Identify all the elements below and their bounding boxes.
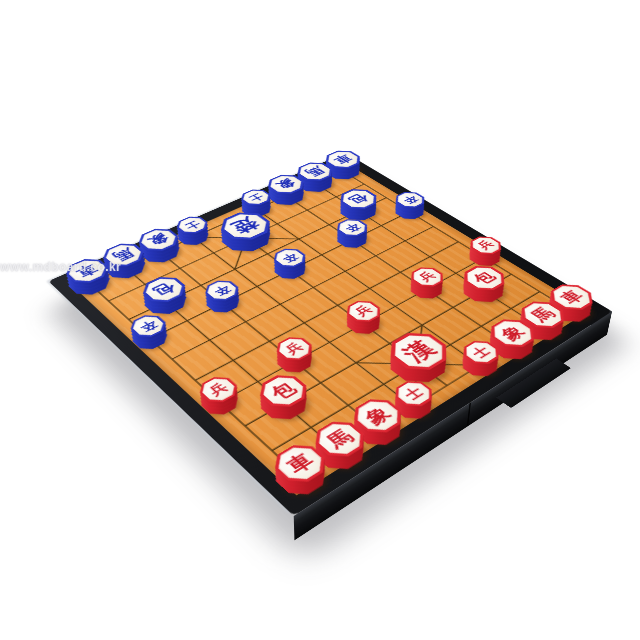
board-frame: 車馬象士士象馬車楚包包卒卒卒卒卒兵兵兵兵兵包包漢車馬象士士象馬車: [48, 153, 612, 516]
piece-blue-soldier[interactable]: 卒: [127, 324, 172, 354]
piece-blue-soldier[interactable]: 卒: [201, 290, 245, 317]
piece-blue-soldier[interactable]: 卒: [390, 201, 429, 223]
piece-red-soldier[interactable]: 兵: [195, 386, 244, 420]
piece-layer: 車馬象士士象馬車楚包包卒卒卒卒卒兵兵兵兵兵包包漢車馬象士士象馬車: [48, 153, 612, 516]
piece-red-soldier[interactable]: 兵: [463, 246, 505, 270]
piece-red-soldier[interactable]: 兵: [341, 310, 386, 339]
watermark-text: www.mdboard.co.kr: [0, 260, 121, 274]
piece-blue-general[interactable]: 楚: [214, 220, 279, 257]
piece-red-cannon[interactable]: 包: [455, 274, 510, 307]
piece-red-cannon[interactable]: 包: [253, 383, 315, 426]
janggi-board: 車馬象士士象馬車楚包包卒卒卒卒卒兵兵兵兵兵包包漢車馬象士士象馬車: [48, 153, 612, 516]
piece-blue-soldier[interactable]: 卒: [332, 228, 373, 251]
piece-red-soldier[interactable]: 兵: [404, 276, 448, 302]
piece-red-chariot[interactable]: 車: [267, 452, 334, 502]
product-photo-scene: www.mdboard.co.kr 車馬象士士象馬車楚包包卒卒卒卒卒兵兵兵兵兵包…: [0, 0, 640, 640]
piece-red-guard[interactable]: 士: [456, 350, 504, 382]
piece-blue-soldier[interactable]: 卒: [269, 258, 311, 283]
